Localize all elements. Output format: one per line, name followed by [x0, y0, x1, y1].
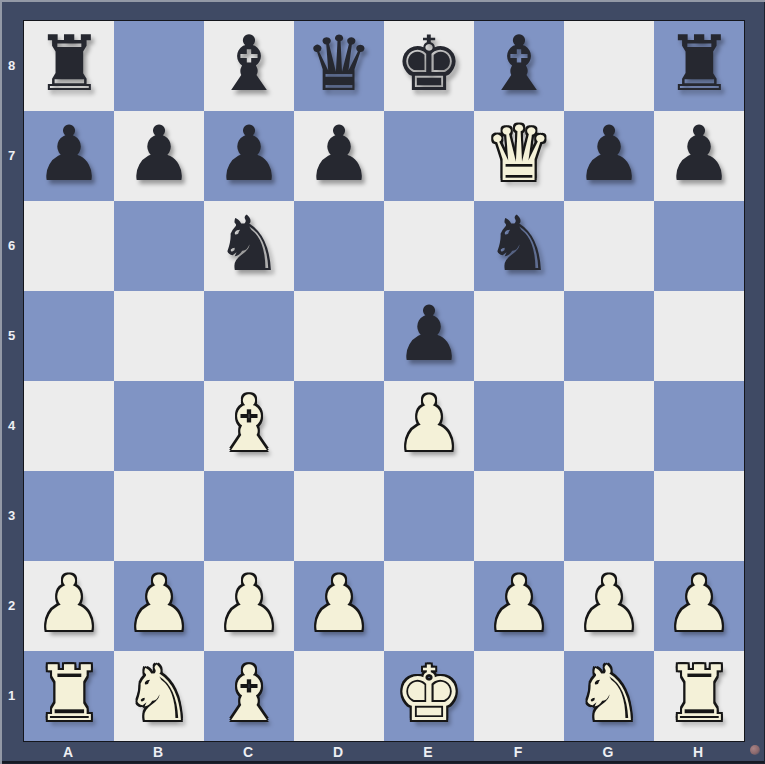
square-a8[interactable]: ♜ — [24, 21, 114, 111]
black-bishop-c8: ♝ — [215, 26, 283, 102]
file-label-h: H — [653, 742, 743, 764]
square-g4[interactable] — [564, 381, 654, 471]
square-e4[interactable]: ♟ — [384, 381, 474, 471]
black-knight-c6: ♞ — [215, 206, 283, 282]
square-a1[interactable]: ♜ — [24, 651, 114, 741]
square-e2[interactable] — [384, 561, 474, 651]
file-label-b: B — [113, 742, 203, 764]
square-h3[interactable] — [654, 471, 744, 561]
square-a2[interactable]: ♟ — [24, 561, 114, 651]
square-g8[interactable] — [564, 21, 654, 111]
square-a5[interactable] — [24, 291, 114, 381]
square-c5[interactable] — [204, 291, 294, 381]
black-knight-f6: ♞ — [485, 206, 553, 282]
square-e5[interactable]: ♟ — [384, 291, 474, 381]
white-knight-b1: ♞ — [125, 656, 193, 732]
black-pawn-e5: ♟ — [395, 296, 463, 372]
white-pawn-f2: ♟ — [485, 566, 553, 642]
white-bishop-c1: ♝ — [215, 656, 283, 732]
chessboard-frame: 87654321 ♜♝♛♚♝♜♟♟♟♟♛♟♟♞♞♟♝♟♟♟♟♟♟♟♟♜♞♝♚♞♜… — [0, 0, 765, 764]
square-c7[interactable]: ♟ — [204, 111, 294, 201]
square-f4[interactable] — [474, 381, 564, 471]
square-b8[interactable] — [114, 21, 204, 111]
square-b6[interactable] — [114, 201, 204, 291]
rank-label-2: 2 — [0, 560, 23, 650]
square-a3[interactable] — [24, 471, 114, 561]
square-c6[interactable]: ♞ — [204, 201, 294, 291]
file-label-c: C — [203, 742, 293, 764]
square-d2[interactable]: ♟ — [294, 561, 384, 651]
square-a4[interactable] — [24, 381, 114, 471]
file-label-f: F — [473, 742, 563, 764]
square-g7[interactable]: ♟ — [564, 111, 654, 201]
white-king-e1: ♚ — [395, 656, 463, 732]
square-h1[interactable]: ♜ — [654, 651, 744, 741]
square-e8[interactable]: ♚ — [384, 21, 474, 111]
rank-label-5: 5 — [0, 290, 23, 380]
white-pawn-c2: ♟ — [215, 566, 283, 642]
square-f3[interactable] — [474, 471, 564, 561]
square-b3[interactable] — [114, 471, 204, 561]
file-label-a: A — [23, 742, 113, 764]
chessboard: ♜♝♛♚♝♜♟♟♟♟♛♟♟♞♞♟♝♟♟♟♟♟♟♟♟♜♞♝♚♞♜ — [23, 20, 745, 742]
black-rook-h8: ♜ — [665, 26, 733, 102]
square-g3[interactable] — [564, 471, 654, 561]
white-pawn-h2: ♟ — [665, 566, 733, 642]
black-pawn-c7: ♟ — [215, 116, 283, 192]
square-g1[interactable]: ♞ — [564, 651, 654, 741]
white-pawn-b2: ♟ — [125, 566, 193, 642]
square-e3[interactable] — [384, 471, 474, 561]
square-a6[interactable] — [24, 201, 114, 291]
square-c2[interactable]: ♟ — [204, 561, 294, 651]
square-d1[interactable] — [294, 651, 384, 741]
file-label-d: D — [293, 742, 383, 764]
square-b7[interactable]: ♟ — [114, 111, 204, 201]
square-f2[interactable]: ♟ — [474, 561, 564, 651]
watermark-dot — [750, 745, 760, 755]
black-pawn-b7: ♟ — [125, 116, 193, 192]
white-bishop-c4: ♝ — [215, 386, 283, 462]
rank-label-3: 3 — [0, 470, 23, 560]
square-h8[interactable]: ♜ — [654, 21, 744, 111]
square-e1[interactable]: ♚ — [384, 651, 474, 741]
square-b1[interactable]: ♞ — [114, 651, 204, 741]
square-c1[interactable]: ♝ — [204, 651, 294, 741]
black-king-e8: ♚ — [395, 26, 463, 102]
white-rook-h1: ♜ — [665, 656, 733, 732]
white-pawn-a2: ♟ — [35, 566, 103, 642]
square-c8[interactable]: ♝ — [204, 21, 294, 111]
file-label-e: E — [383, 742, 473, 764]
black-rook-a8: ♜ — [35, 26, 103, 102]
square-f1[interactable] — [474, 651, 564, 741]
square-e7[interactable] — [384, 111, 474, 201]
square-d6[interactable] — [294, 201, 384, 291]
rank-label-8: 8 — [0, 20, 23, 110]
square-d3[interactable] — [294, 471, 384, 561]
square-d8[interactable]: ♛ — [294, 21, 384, 111]
white-pawn-d2: ♟ — [305, 566, 373, 642]
square-b2[interactable]: ♟ — [114, 561, 204, 651]
square-h6[interactable] — [654, 201, 744, 291]
square-f8[interactable]: ♝ — [474, 21, 564, 111]
square-b5[interactable] — [114, 291, 204, 381]
square-h4[interactable] — [654, 381, 744, 471]
square-g2[interactable]: ♟ — [564, 561, 654, 651]
black-bishop-f8: ♝ — [485, 26, 553, 102]
square-d4[interactable] — [294, 381, 384, 471]
square-h7[interactable]: ♟ — [654, 111, 744, 201]
rank-label-6: 6 — [0, 200, 23, 290]
square-f5[interactable] — [474, 291, 564, 381]
white-rook-a1: ♜ — [35, 656, 103, 732]
rank-label-4: 4 — [0, 380, 23, 470]
black-pawn-g7: ♟ — [575, 116, 643, 192]
rank-labels: 87654321 — [0, 20, 23, 740]
square-a7[interactable]: ♟ — [24, 111, 114, 201]
white-queen-f7: ♛ — [485, 116, 553, 192]
black-pawn-d7: ♟ — [305, 116, 373, 192]
square-g5[interactable] — [564, 291, 654, 381]
black-queen-d8: ♛ — [305, 26, 373, 102]
square-e6[interactable] — [384, 201, 474, 291]
black-pawn-a7: ♟ — [35, 116, 103, 192]
square-d5[interactable] — [294, 291, 384, 381]
file-label-g: G — [563, 742, 653, 764]
white-pawn-e4: ♟ — [395, 386, 463, 462]
square-d7[interactable]: ♟ — [294, 111, 384, 201]
rank-label-1: 1 — [0, 650, 23, 740]
white-pawn-g2: ♟ — [575, 566, 643, 642]
square-f6[interactable]: ♞ — [474, 201, 564, 291]
square-b4[interactable] — [114, 381, 204, 471]
black-pawn-h7: ♟ — [665, 116, 733, 192]
square-h2[interactable]: ♟ — [654, 561, 744, 651]
square-f7[interactable]: ♛ — [474, 111, 564, 201]
file-labels: ABCDEFGH — [23, 742, 743, 764]
square-c3[interactable] — [204, 471, 294, 561]
white-knight-g1: ♞ — [575, 656, 643, 732]
rank-label-7: 7 — [0, 110, 23, 200]
square-g6[interactable] — [564, 201, 654, 291]
square-h5[interactable] — [654, 291, 744, 381]
square-c4[interactable]: ♝ — [204, 381, 294, 471]
